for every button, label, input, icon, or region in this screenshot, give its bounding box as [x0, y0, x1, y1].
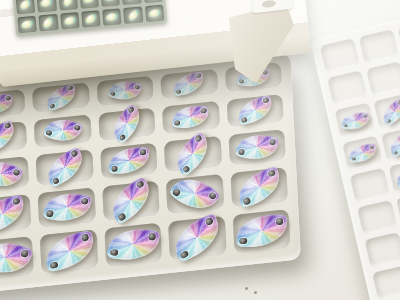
tray-cell	[0, 194, 32, 234]
rhinestone-sparkle	[106, 12, 118, 22]
rhinestone	[106, 103, 147, 144]
rhinestone	[41, 146, 88, 188]
boxed-tray-cell	[17, 15, 37, 33]
tray-cell	[335, 103, 376, 138]
tray-cell	[342, 135, 383, 170]
rhinestone-sparkle	[104, 0, 117, 3]
tray-cell	[226, 94, 284, 127]
rhinestone	[107, 77, 143, 104]
tray-cell	[168, 216, 226, 260]
dust-speck	[245, 287, 248, 290]
rhinestone	[169, 131, 216, 177]
tray-cell	[36, 149, 94, 185]
tray-cell	[102, 181, 160, 221]
rhinestone-sparkle	[149, 9, 161, 18]
rhinestone	[108, 147, 149, 174]
rhinestone	[0, 236, 34, 281]
rhinestone	[341, 112, 369, 130]
rhinestone-sparkle	[125, 0, 138, 1]
rhinestone	[236, 95, 275, 126]
empty-frosted-tray	[310, 0, 400, 300]
boxed-tray-cell	[145, 4, 165, 22]
photo-scene	[0, 0, 400, 300]
tray-cell	[38, 187, 96, 227]
rhinestone	[43, 83, 78, 112]
boxed-tray-cell	[60, 12, 80, 30]
tray-cell	[0, 236, 34, 280]
rhinestone	[0, 154, 24, 194]
rhinestone	[168, 169, 221, 218]
tray-cell	[40, 230, 98, 274]
tray-cell	[327, 70, 368, 105]
boxed-tray-cell	[101, 0, 121, 6]
rhinestone-sparkle	[127, 9, 140, 21]
boxed-tray-cell	[37, 0, 57, 12]
tray-cell	[359, 29, 400, 64]
rhinestone	[0, 119, 19, 154]
rhinestone-sparkle	[85, 14, 97, 24]
tray-cell	[0, 156, 30, 192]
tray-cell	[162, 101, 220, 134]
lid-tab-mark	[262, 0, 277, 8]
rhinestone-sparkle	[64, 16, 75, 25]
boxed-tray-cell	[58, 0, 78, 10]
tray-cell	[160, 69, 217, 99]
tray-cell	[228, 129, 286, 165]
tray-cell	[104, 223, 162, 267]
rhinestone	[104, 176, 157, 225]
rhinestone-sparkle	[84, 0, 95, 3]
rhinestone	[378, 97, 400, 126]
rhinestone	[393, 164, 400, 189]
rhinestone	[42, 189, 92, 225]
boxed-tray-cell	[102, 8, 122, 26]
rhinestone	[42, 230, 97, 273]
rhinestone-sparkle	[61, 0, 75, 8]
rhinestone-sparkle	[42, 16, 56, 28]
tray-cell	[32, 82, 89, 112]
tray-cell	[232, 209, 290, 253]
rhinestone	[42, 114, 83, 147]
dust-speck	[254, 291, 257, 294]
tray-cell	[366, 61, 400, 96]
rhinestone	[0, 194, 28, 235]
rhinestone	[386, 130, 400, 158]
rhinestone	[236, 215, 287, 247]
tray-cell	[381, 126, 400, 161]
boxed-tray-cell	[39, 13, 59, 31]
boxed-tray-cell	[16, 0, 36, 14]
tray-cell	[320, 38, 361, 73]
tray-cell	[389, 159, 400, 194]
boxed-tray-cell	[79, 0, 99, 8]
tray-cell	[34, 114, 92, 147]
tray-cell	[96, 76, 153, 106]
full-rhinestone-tray	[0, 53, 301, 294]
rhinestone-sparkle	[21, 20, 33, 29]
tray-cell	[0, 89, 26, 119]
rhinestone	[172, 71, 206, 97]
boxed-tray-cell	[122, 0, 142, 5]
rhinestone	[106, 226, 160, 263]
tray-cell	[164, 135, 222, 171]
tray-cell	[349, 168, 390, 203]
rhinestone	[234, 130, 279, 164]
tray-cell	[372, 265, 400, 300]
rhinestone	[0, 93, 13, 114]
tray-cell	[166, 174, 224, 214]
tray-cell	[0, 121, 28, 154]
rhinestone	[348, 143, 376, 162]
rhinestone-sparkle	[19, 0, 32, 10]
tray-cell	[100, 142, 158, 178]
tray-cell	[364, 232, 400, 267]
tray-cell	[98, 107, 155, 140]
tray-cell	[230, 167, 288, 207]
boxed-tray-cell	[81, 10, 101, 28]
rhinestone	[168, 212, 226, 263]
rhinestone	[172, 104, 210, 129]
tray-cell	[357, 200, 398, 235]
rhinestone	[233, 165, 284, 208]
rhinestone-sparkle	[41, 0, 53, 7]
boxed-tray-cell	[143, 0, 163, 3]
tray-cell	[374, 94, 400, 129]
tray-cell	[396, 191, 400, 226]
boxed-tray-cell	[123, 6, 143, 24]
